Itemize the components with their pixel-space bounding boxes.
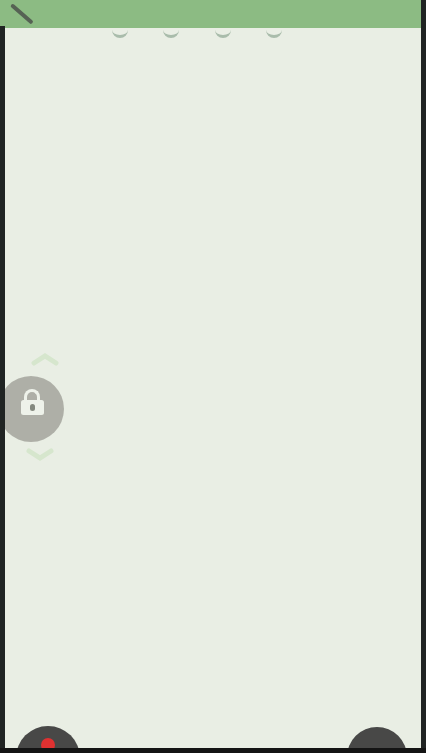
lock-toggle[interactable] <box>0 376 64 442</box>
clipped-digit-remnant <box>163 28 179 38</box>
clipped-digit-remnant <box>112 28 128 38</box>
chevron-down-icon[interactable] <box>26 448 54 461</box>
right-edge-strip <box>421 0 426 753</box>
annotation-layer <box>0 0 426 753</box>
left-edge-strip <box>0 26 5 753</box>
clipped-digit-remnant <box>266 28 282 38</box>
back-icon <box>10 3 33 24</box>
clipped-digit-remnant <box>215 28 231 38</box>
lock-icon <box>19 389 45 417</box>
toolbar <box>0 0 421 28</box>
bottom-edge-strip <box>0 748 426 753</box>
app-screen <box>0 0 426 753</box>
chevron-up-icon[interactable] <box>31 353 59 366</box>
back-button[interactable] <box>4 0 38 28</box>
